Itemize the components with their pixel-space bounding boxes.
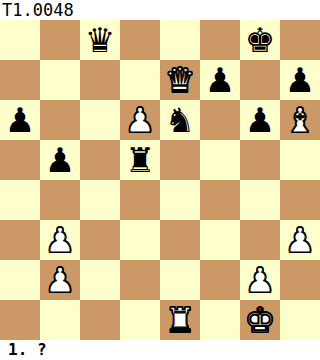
puzzle-title: T1.0048 — [0, 0, 320, 20]
square-f1[interactable] — [200, 300, 240, 340]
piece-white-queen-e7[interactable]: ♛ — [165, 60, 195, 100]
square-c8[interactable]: ♛ — [80, 20, 120, 60]
square-e5[interactable] — [160, 140, 200, 180]
square-f4[interactable] — [200, 180, 240, 220]
square-h7[interactable]: ♟ — [280, 60, 320, 100]
square-c2[interactable] — [80, 260, 120, 300]
square-e8[interactable] — [160, 20, 200, 60]
square-c4[interactable] — [80, 180, 120, 220]
square-e4[interactable] — [160, 180, 200, 220]
square-b1[interactable] — [40, 300, 80, 340]
square-a7[interactable] — [0, 60, 40, 100]
square-d4[interactable] — [120, 180, 160, 220]
square-d3[interactable] — [120, 220, 160, 260]
square-c6[interactable] — [80, 100, 120, 140]
square-g3[interactable] — [240, 220, 280, 260]
piece-white-rook-e1[interactable]: ♜ — [165, 300, 195, 340]
square-c3[interactable] — [80, 220, 120, 260]
square-h6[interactable]: ♝ — [280, 100, 320, 140]
square-c7[interactable] — [80, 60, 120, 100]
square-h4[interactable] — [280, 180, 320, 220]
square-h2[interactable] — [280, 260, 320, 300]
square-f3[interactable] — [200, 220, 240, 260]
square-b2[interactable]: ♟ — [40, 260, 80, 300]
square-g2[interactable]: ♟ — [240, 260, 280, 300]
piece-black-pawn-h7[interactable]: ♟ — [285, 60, 315, 100]
square-b6[interactable] — [40, 100, 80, 140]
piece-black-pawn-a6[interactable]: ♟ — [5, 100, 35, 140]
square-b5[interactable]: ♟ — [40, 140, 80, 180]
square-a8[interactable] — [0, 20, 40, 60]
piece-white-king-g1[interactable]: ♚ — [245, 300, 275, 340]
piece-white-bishop-h6[interactable]: ♝ — [285, 100, 315, 140]
square-g4[interactable] — [240, 180, 280, 220]
square-e7[interactable]: ♛ — [160, 60, 200, 100]
square-a6[interactable]: ♟ — [0, 100, 40, 140]
square-a4[interactable] — [0, 180, 40, 220]
square-a2[interactable] — [0, 260, 40, 300]
square-b4[interactable] — [40, 180, 80, 220]
piece-white-pawn-h3[interactable]: ♟ — [285, 220, 315, 260]
square-a5[interactable] — [0, 140, 40, 180]
move-prompt: 1. ? — [0, 340, 320, 360]
piece-white-pawn-b2[interactable]: ♟ — [45, 260, 75, 300]
square-g8[interactable]: ♚ — [240, 20, 280, 60]
square-d1[interactable] — [120, 300, 160, 340]
square-h3[interactable]: ♟ — [280, 220, 320, 260]
piece-black-knight-e6[interactable]: ♞ — [165, 100, 195, 140]
square-b7[interactable] — [40, 60, 80, 100]
piece-black-queen-c8[interactable]: ♛ — [85, 20, 115, 60]
square-d6[interactable]: ♟ — [120, 100, 160, 140]
piece-black-pawn-b5[interactable]: ♟ — [45, 140, 75, 180]
square-h5[interactable] — [280, 140, 320, 180]
chess-board: ♛♚♛♟♟♟♟♞♟♝♟♜♟♟♟♟♜♚ — [0, 20, 320, 340]
square-g1[interactable]: ♚ — [240, 300, 280, 340]
square-e2[interactable] — [160, 260, 200, 300]
square-a1[interactable] — [0, 300, 40, 340]
square-g6[interactable]: ♟ — [240, 100, 280, 140]
piece-black-rook-d5[interactable]: ♜ — [125, 140, 155, 180]
square-g7[interactable] — [240, 60, 280, 100]
square-g5[interactable] — [240, 140, 280, 180]
piece-black-king-g8[interactable]: ♚ — [245, 20, 275, 60]
square-e6[interactable]: ♞ — [160, 100, 200, 140]
square-b3[interactable]: ♟ — [40, 220, 80, 260]
square-d2[interactable] — [120, 260, 160, 300]
square-f7[interactable]: ♟ — [200, 60, 240, 100]
square-f2[interactable] — [200, 260, 240, 300]
square-f6[interactable] — [200, 100, 240, 140]
square-c5[interactable] — [80, 140, 120, 180]
piece-white-pawn-g2[interactable]: ♟ — [245, 260, 275, 300]
square-e3[interactable] — [160, 220, 200, 260]
square-b8[interactable] — [40, 20, 80, 60]
piece-black-pawn-f7[interactable]: ♟ — [205, 60, 235, 100]
piece-black-pawn-g6[interactable]: ♟ — [245, 100, 275, 140]
square-c1[interactable] — [80, 300, 120, 340]
square-h1[interactable] — [280, 300, 320, 340]
square-d7[interactable] — [120, 60, 160, 100]
square-f5[interactable] — [200, 140, 240, 180]
square-e1[interactable]: ♜ — [160, 300, 200, 340]
square-a3[interactable] — [0, 220, 40, 260]
square-f8[interactable] — [200, 20, 240, 60]
square-d8[interactable] — [120, 20, 160, 60]
piece-white-pawn-d6[interactable]: ♟ — [125, 100, 155, 140]
square-h8[interactable] — [280, 20, 320, 60]
square-d5[interactable]: ♜ — [120, 140, 160, 180]
piece-white-pawn-b3[interactable]: ♟ — [45, 220, 75, 260]
